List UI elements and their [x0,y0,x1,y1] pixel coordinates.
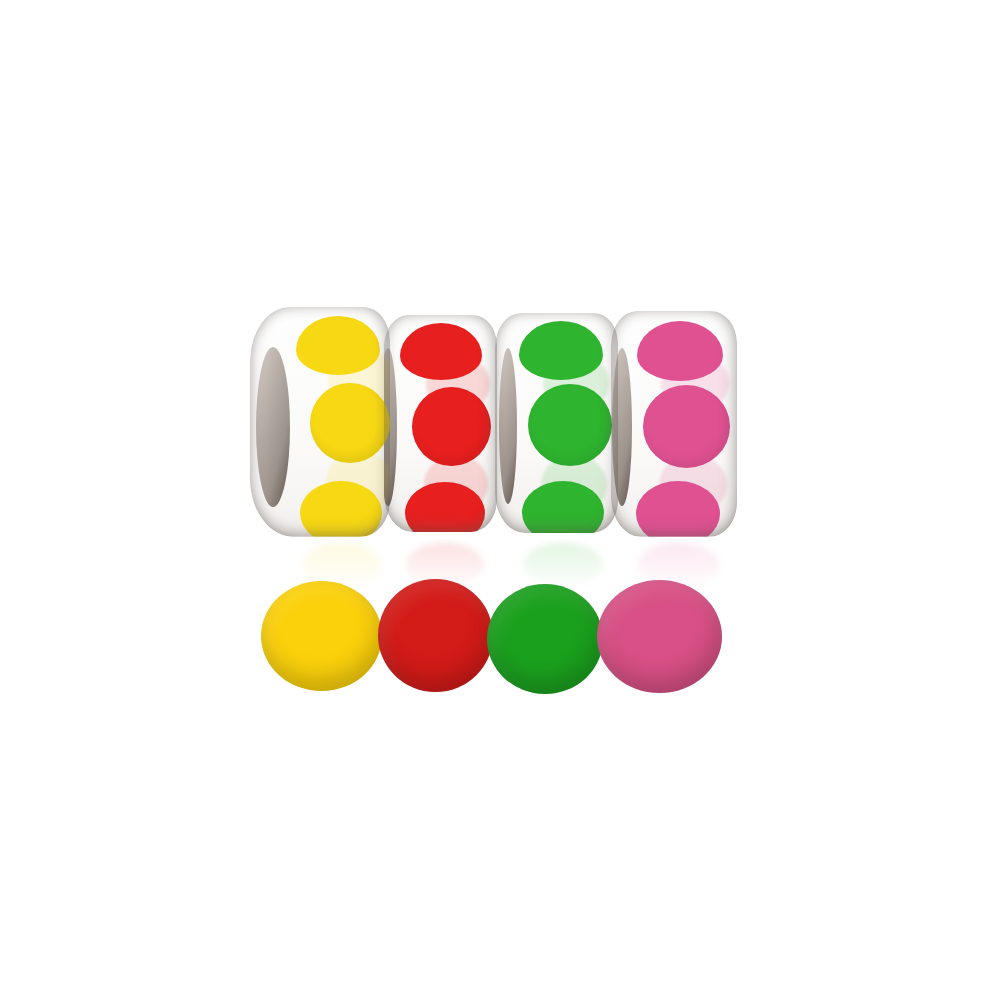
loose-sticker-pink [597,580,722,693]
roll-dot-middle [643,385,730,468]
liner-ghost-dot [426,355,490,413]
liner-ghost-dot [661,353,729,413]
roll-dot-middle [528,384,612,466]
roll-dot-top [637,321,723,381]
roll-dot-top [400,323,482,380]
roll-core-hole [499,348,517,504]
roll-core-hole [256,347,290,507]
liner-ghost-dot [659,455,727,515]
roll-dot-bottom [300,481,382,537]
liner-ghost-dot [541,455,607,515]
roll-dot-bottom [636,481,720,537]
product-photo [0,0,990,990]
liner-ghost-dot [543,353,609,413]
loose-sticker-green [487,584,603,694]
loose-sticker-red [378,579,493,692]
roll-dot-top [296,316,380,375]
roll-dot-bottom [522,481,604,533]
liner-ghost-dot [328,349,390,411]
roll-core-hole [384,348,397,506]
roll-dot-top [519,321,603,380]
roll-dot-middle [310,383,390,463]
sticker-roll-red [384,315,497,532]
sticker-roll-yellow [250,307,390,537]
sticker-roll-pink [611,311,737,537]
liner-ghost-dot [326,451,390,513]
sticker-roll-green [495,313,618,533]
roll-dot-middle [412,387,491,466]
roll-dot-bottom [405,482,485,532]
roll-core-hole [612,348,632,506]
loose-sticker-yellow [261,581,382,691]
liner-ghost-dot [424,455,488,513]
